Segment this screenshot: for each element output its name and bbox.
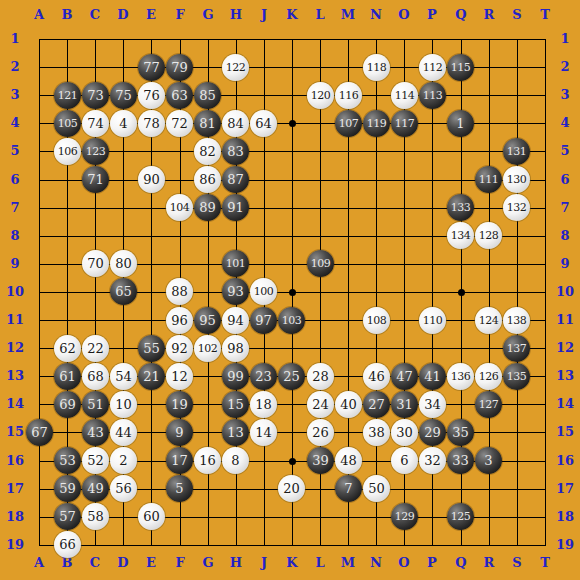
coordinate-label-column: F [167, 555, 193, 571]
coordinate-label-column: T [532, 555, 558, 571]
stone-white[interactable]: 134 [447, 222, 474, 249]
stone-white[interactable]: 30 [391, 419, 418, 446]
coordinate-label-row: 4 [552, 115, 578, 131]
coordinate-label-row: 17 [552, 481, 578, 497]
coordinate-label-row: 18 [552, 509, 578, 525]
stone-white[interactable]: 64 [250, 110, 277, 137]
coordinate-label-row: 16 [2, 453, 28, 469]
stone-white[interactable]: 98 [222, 335, 249, 362]
stone-white[interactable]: 12 [166, 363, 193, 390]
stone-black[interactable]: 59 [54, 475, 81, 502]
coordinate-label-row: 9 [552, 256, 578, 272]
coordinate-label-column: R [476, 7, 502, 23]
stone-black[interactable]: 1 [447, 110, 474, 137]
coordinate-label-row: 9 [2, 256, 28, 272]
coordinate-label-row: 16 [552, 453, 578, 469]
coordinate-label-column: M [335, 7, 361, 23]
stone-black[interactable]: 81 [194, 110, 221, 137]
stone-black[interactable]: 87 [222, 166, 249, 193]
coordinate-label-column: D [110, 7, 136, 23]
stone-black[interactable]: 51 [82, 391, 109, 418]
coordinate-label-row: 4 [2, 115, 28, 131]
stone-black[interactable]: 93 [222, 278, 249, 305]
stone-white[interactable]: 8 [222, 447, 249, 474]
coordinate-label-row: 1 [2, 31, 28, 47]
stone-black[interactable]: 57 [54, 503, 81, 530]
stone-black[interactable]: 117 [391, 110, 418, 137]
stone-white[interactable]: 106 [54, 138, 81, 165]
coordinate-label-row: 7 [2, 200, 28, 216]
stone-white[interactable]: 94 [222, 307, 249, 334]
coordinate-label-row: 3 [2, 87, 28, 103]
stone-black[interactable]: 121 [54, 82, 81, 109]
coordinate-label-column: A [26, 555, 52, 571]
stone-white[interactable]: 80 [110, 250, 137, 277]
stone-black[interactable]: 31 [391, 391, 418, 418]
stone-black[interactable]: 137 [503, 335, 530, 362]
star-point [458, 289, 465, 296]
stone-black[interactable]: 17 [166, 447, 193, 474]
coordinate-label-row: 8 [2, 228, 28, 244]
coordinate-label-column: H [223, 7, 249, 23]
stone-white[interactable]: 110 [419, 307, 446, 334]
stone-white[interactable]: 10 [110, 391, 137, 418]
stone-white[interactable]: 96 [166, 307, 193, 334]
stone-black[interactable]: 115 [447, 54, 474, 81]
stone-white[interactable]: 116 [335, 82, 362, 109]
star-point [289, 289, 296, 296]
stone-black[interactable]: 89 [194, 194, 221, 221]
coordinate-label-column: O [391, 555, 417, 571]
coordinate-label-column: B [54, 7, 80, 23]
stone-black[interactable]: 119 [363, 110, 390, 137]
stone-white[interactable]: 20 [278, 475, 305, 502]
coordinate-label-row: 14 [552, 396, 578, 412]
stone-white[interactable]: 28 [307, 363, 334, 390]
stone-black[interactable]: 101 [222, 250, 249, 277]
coordinate-label-column: J [251, 555, 277, 571]
stone-white[interactable]: 112 [419, 54, 446, 81]
stone-black[interactable]: 75 [110, 82, 137, 109]
coordinate-label-row: 15 [2, 424, 28, 440]
coordinate-label-column: F [167, 7, 193, 23]
stone-white[interactable]: 122 [222, 54, 249, 81]
stone-black[interactable]: 5 [166, 475, 193, 502]
stone-white[interactable]: 26 [307, 419, 334, 446]
coordinate-label-row: 3 [552, 87, 578, 103]
stone-black[interactable]: 109 [307, 250, 334, 277]
stone-white[interactable]: 44 [110, 419, 137, 446]
coordinate-label-column: S [504, 555, 530, 571]
stone-white[interactable]: 102 [194, 335, 221, 362]
stone-black[interactable]: 9 [166, 419, 193, 446]
stone-white[interactable]: 132 [503, 194, 530, 221]
stone-white[interactable]: 92 [166, 335, 193, 362]
grid-line-horizontal [39, 545, 546, 546]
coordinate-label-column: L [307, 7, 333, 23]
coordinate-label-column: K [279, 555, 305, 571]
stone-white[interactable]: 126 [475, 363, 502, 390]
coordinate-label-row: 11 [2, 312, 28, 328]
go-board-diagram: AABBCCDDEEFFGGHHJJKKLLMMNNOOPPQQRRSSTT11… [0, 0, 580, 580]
stone-white[interactable]: 90 [138, 166, 165, 193]
stone-black[interactable]: 135 [503, 363, 530, 390]
stone-black[interactable]: 111 [475, 166, 502, 193]
coordinate-label-row: 10 [2, 284, 28, 300]
coordinate-label-column: E [138, 555, 164, 571]
stone-black[interactable]: 49 [82, 475, 109, 502]
coordinate-label-column: Q [448, 555, 474, 571]
stone-white[interactable]: 52 [82, 447, 109, 474]
stone-black[interactable]: 47 [391, 363, 418, 390]
coordinate-label-row: 13 [2, 368, 28, 384]
stone-black[interactable]: 125 [447, 503, 474, 530]
coordinate-label-row: 13 [552, 368, 578, 384]
stone-white[interactable]: 76 [138, 82, 165, 109]
coordinate-label-row: 2 [2, 59, 28, 75]
coordinate-label-row: 19 [2, 537, 28, 553]
stone-black[interactable]: 123 [82, 138, 109, 165]
stone-black[interactable]: 25 [278, 363, 305, 390]
stone-white[interactable]: 130 [503, 166, 530, 193]
stone-black[interactable]: 107 [335, 110, 362, 137]
stone-white[interactable]: 66 [54, 531, 81, 558]
stone-white[interactable]: 88 [166, 278, 193, 305]
stone-black[interactable]: 39 [307, 447, 334, 474]
grid-line-vertical [517, 39, 518, 546]
stone-black[interactable]: 113 [419, 82, 446, 109]
stone-black[interactable]: 53 [54, 447, 81, 474]
stone-white[interactable]: 124 [475, 307, 502, 334]
grid-line-vertical [545, 39, 546, 546]
stone-black[interactable]: 67 [26, 419, 53, 446]
coordinate-label-column: D [110, 555, 136, 571]
coordinate-label-column: L [307, 555, 333, 571]
stone-white[interactable]: 58 [82, 503, 109, 530]
coordinate-label-row: 2 [552, 59, 578, 75]
coordinate-label-row: 11 [552, 312, 578, 328]
coordinate-label-column: G [195, 7, 221, 23]
stone-black[interactable]: 97 [250, 307, 277, 334]
stone-black[interactable]: 73 [82, 82, 109, 109]
coordinate-label-column: T [532, 7, 558, 23]
stone-black[interactable]: 29 [419, 419, 446, 446]
stone-white[interactable]: 4 [110, 110, 137, 137]
stone-white[interactable]: 68 [82, 363, 109, 390]
stone-white[interactable]: 120 [307, 82, 334, 109]
coordinate-label-row: 1 [552, 31, 578, 47]
stone-white[interactable]: 104 [166, 194, 193, 221]
stone-white[interactable]: 70 [82, 250, 109, 277]
stone-white[interactable]: 86 [194, 166, 221, 193]
coordinate-label-row: 6 [552, 172, 578, 188]
stone-white[interactable]: 84 [222, 110, 249, 137]
stone-white[interactable]: 114 [391, 82, 418, 109]
coordinate-label-column: Q [448, 7, 474, 23]
stone-black[interactable]: 61 [54, 363, 81, 390]
stone-white[interactable]: 14 [250, 419, 277, 446]
stone-white[interactable]: 48 [335, 447, 362, 474]
stone-white[interactable]: 100 [250, 278, 277, 305]
coordinate-label-row: 5 [2, 143, 28, 159]
coordinate-label-column: E [138, 7, 164, 23]
stone-black[interactable]: 79 [166, 54, 193, 81]
stone-black[interactable]: 127 [475, 391, 502, 418]
stone-black[interactable]: 19 [166, 391, 193, 418]
stone-white[interactable]: 128 [475, 222, 502, 249]
stone-white[interactable]: 22 [82, 335, 109, 362]
coordinate-label-column: A [26, 7, 52, 23]
stone-black[interactable]: 63 [166, 82, 193, 109]
stone-white[interactable]: 32 [419, 447, 446, 474]
coordinate-label-column: O [391, 7, 417, 23]
stone-black[interactable]: 103 [278, 307, 305, 334]
stone-white[interactable]: 38 [363, 419, 390, 446]
coordinate-label-column: N [363, 7, 389, 23]
coordinate-label-column: P [419, 555, 445, 571]
coordinate-label-column: H [223, 555, 249, 571]
coordinate-label-column: M [335, 555, 361, 571]
stone-white[interactable]: 34 [419, 391, 446, 418]
stone-black[interactable]: 105 [54, 110, 81, 137]
coordinate-label-column: C [82, 555, 108, 571]
stone-white[interactable]: 16 [194, 447, 221, 474]
stone-white[interactable]: 78 [138, 110, 165, 137]
stone-white[interactable]: 40 [335, 391, 362, 418]
stone-black[interactable]: 85 [194, 82, 221, 109]
stone-black[interactable]: 27 [363, 391, 390, 418]
coordinate-label-column: K [279, 7, 305, 23]
stone-white[interactable]: 136 [447, 363, 474, 390]
coordinate-label-row: 10 [552, 284, 578, 300]
coordinate-label-row: 5 [552, 143, 578, 159]
stone-white[interactable]: 72 [166, 110, 193, 137]
stone-white[interactable]: 46 [363, 363, 390, 390]
stone-black[interactable]: 43 [82, 419, 109, 446]
stone-black[interactable]: 69 [54, 391, 81, 418]
stone-white[interactable]: 62 [54, 335, 81, 362]
coordinate-label-column: R [476, 555, 502, 571]
stone-black[interactable]: 15 [222, 391, 249, 418]
stone-white[interactable]: 50 [363, 475, 390, 502]
stone-black[interactable]: 13 [222, 419, 249, 446]
star-point [289, 458, 296, 465]
coordinate-label-row: 8 [552, 228, 578, 244]
stone-black[interactable]: 55 [138, 335, 165, 362]
coordinate-label-column: S [504, 7, 530, 23]
stone-black[interactable]: 23 [250, 363, 277, 390]
stone-black[interactable]: 129 [391, 503, 418, 530]
coordinate-label-row: 12 [552, 340, 578, 356]
coordinate-label-column: N [363, 555, 389, 571]
stone-white[interactable]: 2 [110, 447, 137, 474]
coordinate-label-row: 7 [552, 200, 578, 216]
stone-white[interactable]: 82 [194, 138, 221, 165]
go-board[interactable]: AABBCCDDEEFFGGHHJJKKLLMMNNOOPPQQRRSSTT11… [0, 0, 580, 580]
stone-black[interactable]: 3 [475, 447, 502, 474]
stone-black[interactable]: 71 [82, 166, 109, 193]
coordinate-label-column: J [251, 7, 277, 23]
stone-black[interactable]: 95 [194, 307, 221, 334]
stone-black[interactable]: 133 [447, 194, 474, 221]
coordinate-label-column: P [419, 7, 445, 23]
stone-white[interactable]: 54 [110, 363, 137, 390]
stone-black[interactable]: 35 [447, 419, 474, 446]
coordinate-label-column: C [82, 7, 108, 23]
stone-white[interactable]: 18 [250, 391, 277, 418]
stone-white[interactable]: 108 [363, 307, 390, 334]
stone-white[interactable]: 138 [503, 307, 530, 334]
stone-white[interactable]: 60 [138, 503, 165, 530]
coordinate-label-row: 12 [2, 340, 28, 356]
stone-black[interactable]: 65 [110, 278, 137, 305]
grid-line-horizontal [39, 348, 546, 349]
stone-black[interactable]: 83 [222, 138, 249, 165]
stone-white[interactable]: 24 [307, 391, 334, 418]
coordinate-label-row: 17 [2, 481, 28, 497]
stone-black[interactable]: 7 [335, 475, 362, 502]
stone-black[interactable]: 77 [138, 54, 165, 81]
coordinate-label-row: 18 [2, 509, 28, 525]
star-point [289, 120, 296, 127]
stone-white[interactable]: 74 [82, 110, 109, 137]
stone-black[interactable]: 131 [503, 138, 530, 165]
stone-black[interactable]: 41 [419, 363, 446, 390]
coordinate-label-row: 19 [552, 537, 578, 553]
coordinate-label-row: 6 [2, 172, 28, 188]
stone-black[interactable]: 91 [222, 194, 249, 221]
stone-black[interactable]: 21 [138, 363, 165, 390]
coordinate-label-column: G [195, 555, 221, 571]
stone-black[interactable]: 33 [447, 447, 474, 474]
stone-white[interactable]: 56 [110, 475, 137, 502]
coordinate-label-row: 15 [552, 424, 578, 440]
stone-white[interactable]: 6 [391, 447, 418, 474]
coordinate-label-row: 14 [2, 396, 28, 412]
stone-black[interactable]: 99 [222, 363, 249, 390]
stone-white[interactable]: 118 [363, 54, 390, 81]
